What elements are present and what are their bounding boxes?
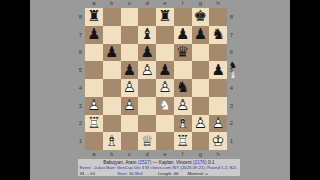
piece-black-r: ♜ [85,8,103,26]
square-d2 [138,115,156,133]
square-c7 [121,26,139,44]
square-a3: ♟♙ [85,97,103,115]
rank-label-3: 3 [228,97,235,115]
square-c3: ♟♙ [121,97,139,115]
rank-label-1: 1 [228,132,235,150]
square-h8 [209,8,227,26]
square-d1: ♛♕ [138,132,156,150]
rank-label-7: 7 [77,26,84,44]
square-b5 [103,61,121,79]
square-d5: ♟♙ [138,61,156,79]
file-label-d: d [138,151,156,158]
square-d8 [138,8,156,26]
file-label-a: a [85,151,103,158]
piece-white-r-outline: ♖ [85,115,103,133]
caption-inner: Babujyan, Aram (2517) — Kaplan, Vincent … [78,159,240,176]
piece-white-p-outline: ♙ [85,97,103,115]
piece-black-p: ♟ [156,61,174,79]
piece-black-p: ♟ [103,44,121,62]
file-label-e: e [156,151,174,158]
piece-black-p: ♟ [138,44,156,62]
rank-label-4: 4 [228,79,235,97]
square-e2 [156,115,174,133]
square-f2: ♝♗ [174,115,192,133]
file-label-d: d [138,0,156,7]
square-b7 [103,26,121,44]
material-balance: Material: = [187,171,207,176]
piece-black-r: ♜ [156,8,174,26]
piece-black-p: ♟ [174,26,192,44]
square-g8: ♚ [192,8,210,26]
square-h2: ♟♙ [209,115,227,133]
rank-label-3: 3 [77,97,84,115]
square-f8 [174,8,192,26]
file-label-g: g [192,0,210,7]
square-a6 [85,44,103,62]
piece-white-q-outline: ♕ [138,132,156,150]
square-g2: ♟♙ [192,115,210,133]
piece-black-p: ♟ [85,26,103,44]
file-labels-bottom: abcdefgh [85,151,227,158]
content-panel: abcdefgh 87654321 ♜♜♚♟♝♟♟♞♟♟♛♟♟♙♟♟♟♙♟♙♞♟… [30,0,290,180]
square-h1: ♚♔ [209,132,227,150]
square-c6 [121,44,139,62]
piece-white-p-outline: ♙ [138,61,156,79]
file-label-a: a [85,0,103,7]
last-move: 33 ... h5 [79,171,117,176]
square-d7: ♝ [138,26,156,44]
file-label-f: f [174,0,192,7]
left-letterbox [0,0,30,180]
file-label-b: b [103,0,121,7]
square-e3: ♞♘ [156,97,174,115]
piece-white-r-outline: ♖ [174,132,192,150]
status-line: 33 ... h5 Next: 34.Bh4 Length: 46 Materi… [78,171,240,176]
square-h7: ♞ [209,26,227,44]
rank-label-8: 8 [77,8,84,26]
square-a5 [85,61,103,79]
square-e8: ♜ [156,8,174,26]
square-f6: ♛ [174,44,192,62]
next-move: Next: 34.Bh4 [118,171,158,176]
square-a4 [85,79,103,97]
page: abcdefgh 87654321 ♜♜♚♟♝♟♟♞♟♟♛♟♟♙♟♟♟♙♟♙♞♟… [0,0,320,180]
square-e1 [156,132,174,150]
rank-label-6: 6 [228,44,235,62]
file-label-c: c [121,0,139,7]
rank-label-5: 5 [77,61,84,79]
square-g3 [192,97,210,115]
piece-black-q: ♛ [174,44,192,62]
piece-black-p: ♟ [121,61,139,79]
rank-label-8: 8 [228,8,235,26]
square-h3 [209,97,227,115]
file-label-c: c [121,151,139,158]
captured-piece-white-bishop-icon: ♝ [229,70,237,80]
piece-black-b: ♝ [138,26,156,44]
file-label-h: h [209,0,227,7]
square-d3 [138,97,156,115]
square-b4 [103,79,121,97]
captured-piece-black-knight-icon: ♞ [229,60,237,70]
file-labels-top: abcdefgh [85,0,227,7]
square-a2: ♜♖ [85,115,103,133]
square-a1 [85,132,103,150]
square-e5: ♟ [156,61,174,79]
rank-labels-left: 87654321 [77,8,84,150]
piece-white-p-outline: ♙ [209,115,227,133]
rank-label-2: 2 [228,115,235,133]
piece-white-p-outline: ♙ [156,79,174,97]
file-label-g: g [192,151,210,158]
piece-black-p: ♟ [209,61,227,79]
piece-white-b-outline: ♗ [103,132,121,150]
piece-white-n-outline: ♘ [156,97,174,115]
square-g1 [192,132,210,150]
caption-bar: Babujyan, Aram (2517) — Kaplan, Vincent … [78,159,240,176]
square-h6 [209,44,227,62]
square-h4 [209,79,227,97]
square-d4 [138,79,156,97]
piece-white-p-outline: ♙ [121,97,139,115]
square-f4: ♞ [174,79,192,97]
game-length: Length: 46 [158,171,188,176]
square-g4 [192,79,210,97]
square-g7: ♟ [192,26,210,44]
square-c8 [121,8,139,26]
square-b8 [103,8,121,26]
square-e4: ♟♙ [156,79,174,97]
piece-black-n: ♞ [174,79,192,97]
square-g5 [192,61,210,79]
file-label-b: b [103,151,121,158]
square-h5: ♟ [209,61,227,79]
piece-white-p-outline: ♙ [192,115,210,133]
piece-white-b-outline: ♗ [174,115,192,133]
square-e7 [156,26,174,44]
square-e6 [156,44,174,62]
right-letterbox [290,0,320,180]
square-a8: ♜ [85,8,103,26]
piece-black-n: ♞ [209,26,227,44]
square-c2 [121,115,139,133]
file-label-h: h [209,151,227,158]
square-b2 [103,115,121,133]
square-c5: ♟ [121,61,139,79]
square-f7: ♟ [174,26,192,44]
square-b1: ♝♗ [103,132,121,150]
square-a7: ♟ [85,26,103,44]
rank-label-6: 6 [77,44,84,62]
rank-label-4: 4 [77,79,84,97]
square-g6 [192,44,210,62]
captured-pieces-tray: ♞♝ [229,60,237,80]
square-f1: ♜♖ [174,132,192,150]
square-c1 [121,132,139,150]
rank-label-2: 2 [77,115,84,133]
square-c4: ♟♙ [121,79,139,97]
piece-white-p-outline: ♙ [174,97,192,115]
square-f3: ♟♙ [174,97,192,115]
square-f5 [174,61,192,79]
piece-white-k-outline: ♔ [209,132,227,150]
rank-label-1: 1 [77,132,84,150]
piece-black-k: ♚ [192,8,210,26]
square-b3 [103,97,121,115]
rank-label-7: 7 [228,26,235,44]
file-label-f: f [174,151,192,158]
chess-board: ♜♜♚♟♝♟♟♞♟♟♛♟♟♙♟♟♟♙♟♙♞♟♙♟♙♞♘♟♙♜♖♝♗♟♙♟♙♝♗♛… [85,8,227,150]
piece-black-p: ♟ [192,26,210,44]
piece-white-p-outline: ♙ [121,79,139,97]
file-label-e: e [156,0,174,7]
square-d6: ♟ [138,44,156,62]
square-b6: ♟ [103,44,121,62]
